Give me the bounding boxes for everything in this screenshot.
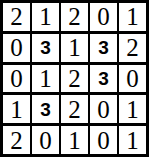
cell-r4c2[interactable]: 3 [32, 95, 59, 123]
cell-r4c4[interactable]: 0 [90, 95, 117, 123]
cell-r1c3[interactable]: 2 [61, 3, 88, 31]
cell-r5c5[interactable]: 1 [119, 126, 146, 154]
cell-r1c5[interactable]: 1 [119, 3, 146, 31]
cell-r1c4[interactable]: 0 [90, 3, 117, 31]
cell-r4c1[interactable]: 1 [3, 95, 30, 123]
cell-r5c4[interactable]: 0 [90, 126, 117, 154]
cell-r2c3[interactable]: 1 [61, 34, 88, 62]
cell-r2c2[interactable]: 3 [32, 34, 59, 62]
cell-r1c2[interactable]: 1 [32, 3, 59, 31]
cell-r3c2[interactable]: 1 [32, 65, 59, 93]
cell-r3c1[interactable]: 0 [3, 65, 30, 93]
cell-r3c3[interactable]: 2 [61, 65, 88, 93]
cell-r2c4[interactable]: 3 [90, 34, 117, 62]
cell-r3c4[interactable]: 3 [90, 65, 117, 93]
cell-r3c5[interactable]: 0 [119, 65, 146, 93]
cell-r2c5[interactable]: 2 [119, 34, 146, 62]
puzzle-board: 2120103132012301320120101 [0, 0, 149, 157]
cell-r1c1[interactable]: 2 [3, 3, 30, 31]
cell-r5c3[interactable]: 1 [61, 126, 88, 154]
cell-r4c3[interactable]: 2 [61, 95, 88, 123]
cell-r4c5[interactable]: 1 [119, 95, 146, 123]
cell-r5c2[interactable]: 0 [32, 126, 59, 154]
cell-r5c1[interactable]: 2 [3, 126, 30, 154]
cell-r2c1[interactable]: 0 [3, 34, 30, 62]
